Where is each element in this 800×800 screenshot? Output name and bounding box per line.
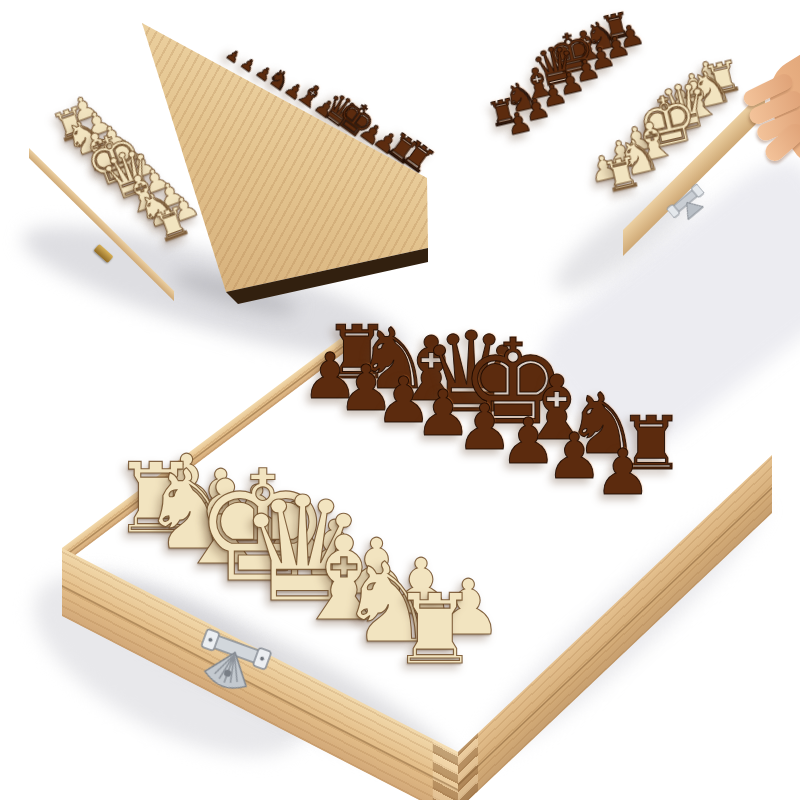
chess-piece: ♟ — [387, 548, 456, 625]
chess-piece: ♜ — [394, 134, 440, 181]
board-square — [155, 493, 219, 531]
board-square — [587, 80, 618, 101]
hand-finger — [747, 88, 800, 126]
chess-piece: ♟ — [260, 493, 329, 570]
coordinate-label: 2 — [194, 228, 207, 242]
folded-back-panel — [142, 23, 428, 292]
board-square — [254, 499, 322, 539]
chess-piece: ♟ — [109, 133, 145, 171]
floor-shadow — [7, 537, 333, 793]
coordinate-label: 7 — [282, 384, 310, 396]
chess-piece: ♛ — [237, 477, 367, 622]
coordinate-label: b — [66, 166, 78, 182]
board-square — [291, 514, 361, 556]
board-square — [409, 420, 478, 456]
board-square — [99, 132, 127, 166]
board-square — [351, 466, 420, 505]
board-square — [636, 127, 668, 149]
board-square — [461, 583, 542, 632]
hand-finger — [741, 71, 795, 108]
chess-piece: ♞ — [339, 548, 438, 658]
floor-shadow — [526, 145, 800, 474]
board-square — [535, 141, 570, 165]
chess-piece: ♟ — [302, 345, 359, 408]
board-square — [140, 107, 168, 141]
hand-thumb — [762, 120, 800, 165]
chess-piece: ♚ — [541, 22, 600, 85]
product-photo-canvas: abcdefgh44332211 ♟♟♟♞♟♝♟♛♚♟♟♜♜ ♟♟♜♟♞♟♝♟♚… — [0, 0, 800, 800]
brass-hinge-icon — [93, 244, 113, 263]
floor-shadow — [543, 169, 708, 306]
board-square — [709, 85, 737, 105]
board-square — [619, 118, 651, 140]
board-square — [650, 93, 680, 114]
chess-piece: ♟ — [186, 460, 255, 537]
chess-piece: ♟ — [124, 147, 160, 185]
chess-piece: ♟ — [415, 382, 472, 445]
chess-piece: ♞ — [580, 14, 622, 59]
coordinate-label: 4 — [544, 171, 560, 183]
chess-piece: ♟ — [586, 149, 623, 188]
board-square — [128, 161, 156, 195]
board-square — [586, 41, 616, 60]
board-square — [125, 93, 153, 127]
coordinate-label: 2 — [579, 191, 595, 203]
coordinate-label: 1 — [597, 200, 612, 213]
board-square — [554, 502, 633, 546]
board-square — [437, 398, 505, 433]
board-square — [620, 140, 652, 163]
board-square — [618, 76, 648, 96]
board-square — [587, 123, 620, 146]
board-square — [428, 612, 509, 663]
chess-piece: ♟ — [618, 119, 655, 158]
board-square — [113, 146, 141, 180]
coordinate-label: 2 — [714, 71, 726, 80]
coordinate-label: f — [296, 642, 324, 664]
floor-shadow — [12, 201, 417, 383]
board-square — [565, 436, 641, 475]
chess-piece: ♞ — [500, 75, 542, 120]
coordinate-label: 6 — [654, 40, 666, 49]
chess-piece: ♜ — [598, 150, 644, 199]
coordinate-label: g — [616, 422, 646, 441]
board-square — [334, 396, 398, 430]
coordinate-label: c — [179, 584, 208, 604]
coordinate-label: 5 — [594, 560, 634, 580]
floor-shadow — [67, 548, 473, 800]
tilted-board-face: abcdefghabcdefgh8877665544332211 — [449, 13, 765, 230]
chess-piece: ♟ — [238, 54, 259, 75]
chess-piece: ♟ — [223, 47, 243, 67]
coordinate-label: 4 — [684, 55, 696, 64]
chess-piece: ♟ — [504, 107, 535, 141]
board-square — [243, 427, 306, 462]
coordinate-label: e — [254, 621, 284, 643]
board-square — [477, 511, 554, 555]
coordinate-label: h — [383, 685, 419, 711]
coordinate-label: 7 — [639, 32, 651, 41]
board-square — [521, 88, 554, 110]
board-square — [693, 77, 722, 97]
coordinate-label: 4 — [199, 446, 227, 460]
latch-clasp-icon — [662, 179, 713, 229]
coordinate-label: c — [445, 373, 471, 389]
board-square — [198, 164, 226, 198]
chess-piece: ♚ — [194, 450, 332, 604]
board-square — [621, 163, 654, 187]
coordinate-label: d — [678, 151, 692, 160]
board-square — [570, 114, 603, 136]
board-square — [248, 462, 313, 499]
board-square — [154, 121, 182, 155]
board-square — [602, 49, 632, 68]
chess-piece: ♟ — [138, 162, 174, 200]
board-square — [157, 531, 223, 572]
chess-piece: ♟ — [633, 105, 670, 144]
coordinate-label: d — [95, 195, 107, 211]
board-square — [678, 69, 707, 89]
chess-piece: ♚ — [460, 324, 566, 442]
floor-shadow — [169, 263, 301, 324]
board-square — [84, 118, 112, 152]
board-square — [141, 141, 169, 175]
chess-piece: ♟ — [338, 357, 395, 420]
chess-piece: ♟ — [434, 569, 503, 646]
coordinate-label: f — [572, 409, 597, 426]
chess-piece: ♜ — [149, 200, 196, 249]
coordinate-label: f — [707, 124, 719, 132]
board-square — [602, 68, 632, 88]
chess-piece: ♞ — [58, 109, 111, 165]
chess-piece: ♛ — [421, 317, 521, 428]
board-square — [391, 480, 463, 520]
chess-piece: ♝ — [290, 77, 329, 117]
board-square — [539, 76, 571, 97]
board-square — [492, 555, 572, 603]
coordinate-label: 5 — [669, 48, 681, 57]
chess-piece: ♚ — [328, 90, 384, 147]
chess-piece: ♟ — [95, 119, 131, 157]
board-square — [553, 127, 587, 150]
panel-underside-shadow — [226, 248, 430, 304]
folded-board-panel: abcdefgh44332211 — [29, 47, 242, 291]
coordinate-label: g — [338, 662, 371, 687]
chess-piece: ♟ — [586, 43, 617, 77]
dovetail-joints — [433, 739, 458, 800]
coordinate-label: b — [144, 567, 173, 587]
board-square — [306, 418, 371, 453]
coordinate-label: 2 — [140, 490, 168, 505]
board-square — [502, 123, 537, 146]
board-square — [158, 223, 186, 257]
coordinate-label: b — [648, 180, 663, 190]
board-square — [463, 471, 537, 512]
board-square — [170, 169, 198, 203]
board-square — [330, 530, 402, 573]
coordinate-label: 2 — [63, 99, 76, 113]
chess-piece: ♟ — [648, 92, 685, 131]
coordinate-label: e — [110, 209, 122, 225]
board-square — [570, 160, 604, 185]
board-square — [342, 430, 409, 466]
coordinate-label: 8 — [476, 134, 492, 145]
chess-piece: ♜ — [47, 100, 94, 149]
chess-piece: ♟ — [355, 118, 388, 151]
board-square — [183, 150, 211, 184]
coordinate-label: g — [138, 237, 150, 253]
board-square — [415, 564, 493, 611]
fold-seam — [534, 50, 690, 181]
chess-piece: ♝ — [517, 363, 597, 452]
chess-piece: ♟ — [555, 67, 586, 101]
board-square — [570, 92, 602, 113]
coordinate-label: h — [153, 252, 166, 268]
board-square — [536, 118, 570, 141]
coordinate-label: g — [580, 39, 593, 47]
coordinate-label: 3 — [207, 208, 220, 222]
board-square — [631, 46, 660, 65]
coordinate-label: d — [484, 384, 512, 401]
board-square — [433, 496, 507, 538]
board-square — [633, 65, 663, 85]
board-square — [219, 484, 284, 522]
coordinate-label: d — [215, 602, 246, 624]
coordinate-label: 4 — [563, 588, 604, 609]
board-square — [421, 456, 492, 495]
board-square — [613, 451, 691, 492]
chess-piece: ♜ — [618, 406, 684, 480]
board-square — [112, 112, 140, 146]
coordinate-label: 3 — [699, 63, 711, 72]
coordinate-label: c — [81, 180, 93, 196]
box-side-right — [458, 455, 772, 800]
coordinate-label: 4 — [90, 60, 103, 74]
board-square — [601, 31, 630, 49]
view-hand-held-board: abcdefghabcdefgh8877665544332211 ♜♟♞♟♝♟♚… — [0, 0, 800, 800]
board-square — [604, 154, 637, 178]
chess-piece: ♟ — [66, 90, 102, 128]
board-square — [127, 127, 155, 161]
coordinate-label: h — [594, 28, 607, 36]
chess-piece: ♟ — [594, 441, 651, 504]
chess-piece: ♝ — [391, 324, 471, 413]
board-square — [272, 406, 335, 440]
board-square — [520, 423, 593, 461]
board-square — [402, 521, 477, 565]
board-square — [86, 152, 114, 186]
board-square — [83, 84, 111, 118]
chess-piece: ♞ — [612, 129, 664, 185]
board-square — [144, 209, 172, 243]
board-square — [260, 539, 330, 582]
board-square — [478, 410, 549, 446]
board-square — [616, 38, 645, 57]
chess-piece: ♟ — [689, 54, 726, 93]
coordinate-label: 7 — [654, 505, 694, 523]
coordinate-label: 2 — [498, 648, 539, 670]
chess-piece: ♟ — [615, 20, 646, 54]
coordinate-label: 8 — [624, 25, 636, 33]
board-square — [520, 110, 554, 133]
coordinate-label: 7 — [493, 143, 509, 155]
chess-piece: ♟ — [311, 94, 339, 123]
chess-piece: ♜ — [484, 93, 521, 133]
board-square — [617, 57, 647, 76]
board-square — [298, 556, 371, 601]
chess-piece: ♟ — [546, 425, 603, 488]
hand-palm — [752, 34, 800, 190]
chess-piece: ♞ — [140, 455, 239, 565]
chess-piece: ♟ — [300, 510, 369, 587]
board-square — [371, 408, 437, 443]
board-square — [604, 178, 638, 203]
board-square — [538, 97, 571, 119]
board-square — [504, 101, 538, 123]
chess-piece: ♝ — [669, 71, 725, 130]
coordinate-label: 5 — [227, 425, 255, 438]
board-square — [449, 433, 520, 471]
coordinate-label: 3 — [170, 468, 198, 482]
coordinate-label: 1 — [110, 513, 138, 528]
board-square — [111, 78, 139, 112]
coordinate-label: g — [720, 111, 733, 120]
board-square — [587, 169, 621, 194]
coordinate-label: 6 — [624, 532, 664, 551]
board-square — [191, 547, 259, 590]
board-square — [129, 194, 157, 228]
board-square — [98, 98, 126, 132]
board-square — [518, 132, 553, 156]
chess-piece: ♟ — [80, 104, 116, 142]
board-square — [171, 203, 199, 237]
chess-piece: ♞ — [684, 61, 736, 117]
board-square — [71, 137, 99, 171]
chess-piece: ♟ — [500, 410, 557, 473]
coordinate-label: 3 — [562, 181, 578, 193]
chess-piece: ♟ — [375, 369, 432, 432]
chess-piece: ♜ — [113, 451, 200, 548]
box-side-front — [62, 548, 458, 800]
chess-piece: ♟ — [676, 67, 713, 106]
coordinate-label: 6 — [255, 404, 283, 417]
board-square — [524, 528, 604, 574]
board-square — [552, 150, 586, 174]
board-square — [339, 573, 414, 620]
board-square — [666, 101, 696, 122]
board-square — [394, 641, 476, 694]
board-square — [485, 114, 520, 137]
chess-piece: ♞ — [356, 317, 431, 401]
chess-piece: ♞ — [131, 181, 184, 237]
board-square — [381, 443, 450, 481]
chess-piece: ♟ — [601, 31, 632, 65]
chess-piece: ♝ — [516, 60, 561, 108]
board-square — [349, 620, 428, 671]
board-square — [682, 109, 712, 130]
chess-piece: ♛ — [527, 37, 582, 96]
board-square — [188, 508, 254, 548]
board-square — [446, 538, 523, 584]
board-square — [284, 475, 351, 514]
coordinate-label: 3 — [531, 618, 572, 639]
chess-piece: ♟ — [369, 125, 403, 160]
board-square — [362, 375, 426, 408]
board-square — [326, 365, 388, 397]
chess-piece: ♟ — [571, 55, 602, 89]
board-square — [603, 131, 636, 154]
board-square — [696, 97, 725, 118]
board-square — [115, 180, 143, 214]
board-square — [156, 155, 184, 189]
coordinate-label: f — [565, 51, 577, 58]
coordinate-label: b — [497, 99, 512, 108]
coordinate-label: 1 — [730, 78, 742, 87]
board-square — [142, 175, 170, 209]
coordinate-label: 1 — [50, 119, 63, 133]
board-square — [587, 60, 618, 80]
board-square — [554, 84, 586, 105]
floor-shadow — [459, 481, 782, 780]
main-board-face: abcdefghabcdefgh8877665544332211 — [62, 335, 772, 752]
board-square — [169, 135, 197, 169]
coordinate-label: b — [407, 362, 433, 378]
board-square — [555, 64, 586, 84]
coordinate-label: e — [549, 62, 562, 70]
chess-piece: ♜ — [324, 315, 390, 389]
chess-piece: ♜ — [597, 7, 634, 47]
board-square — [124, 516, 188, 555]
board-square — [507, 486, 584, 528]
chess-piece: ♝ — [173, 466, 278, 583]
chess-piece: ♟ — [456, 396, 513, 459]
chess-piece: ♟ — [342, 529, 411, 606]
coordinate-label: c — [663, 165, 677, 174]
chess-piece: ♟ — [252, 62, 275, 85]
chess-piece: ♜ — [700, 54, 746, 103]
board-square — [314, 452, 381, 489]
board-square — [587, 101, 619, 123]
chess-piece: ♞ — [263, 64, 295, 97]
board-square — [634, 85, 664, 106]
hand-finger — [755, 108, 800, 143]
coordinate-label: h — [663, 436, 695, 456]
board-square — [371, 547, 446, 592]
box-side-edge — [623, 89, 765, 256]
board-square — [651, 113, 682, 135]
coordinate-label: e — [527, 397, 554, 414]
chess-piece: ♟ — [538, 80, 569, 114]
board-square — [554, 105, 587, 127]
board-square — [398, 386, 464, 420]
board-square — [299, 385, 361, 418]
board-square — [570, 136, 604, 159]
chess-piece: ♟ — [167, 190, 203, 228]
coordinate-label: 8 — [309, 364, 337, 376]
box-side-left — [62, 335, 345, 565]
board-square — [667, 122, 698, 144]
board-square — [214, 449, 277, 485]
board-square — [664, 81, 693, 101]
board-square — [587, 145, 620, 169]
chess-piece: ♝ — [626, 112, 682, 171]
chess-piece: ♞ — [565, 382, 640, 466]
coordinate-label: e — [693, 137, 707, 146]
board-square — [603, 88, 634, 109]
coordinate-label: d — [532, 74, 546, 82]
coordinate-label: f — [124, 224, 135, 239]
chess-piece: ♟ — [222, 476, 291, 553]
